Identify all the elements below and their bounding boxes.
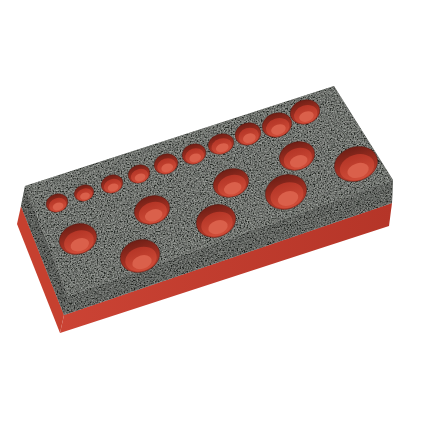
foam-socket-tray bbox=[0, 0, 424, 424]
product-photo bbox=[0, 0, 424, 424]
